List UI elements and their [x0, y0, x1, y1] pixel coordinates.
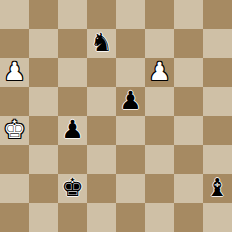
square-h2[interactable]: ♝ — [203, 174, 232, 203]
square-f3[interactable] — [145, 145, 174, 174]
square-e3[interactable] — [116, 145, 145, 174]
square-b8[interactable] — [29, 0, 58, 29]
square-f5[interactable] — [145, 87, 174, 116]
square-f7[interactable] — [145, 29, 174, 58]
square-h6[interactable] — [203, 58, 232, 87]
square-f8[interactable] — [145, 0, 174, 29]
square-g2[interactable] — [174, 174, 203, 203]
square-b1[interactable] — [29, 203, 58, 232]
black-bishop[interactable]: ♝ — [206, 173, 228, 202]
square-d8[interactable] — [87, 0, 116, 29]
square-a5[interactable] — [0, 87, 29, 116]
square-f4[interactable] — [145, 116, 174, 145]
square-e4[interactable] — [116, 116, 145, 145]
square-f1[interactable] — [145, 203, 174, 232]
square-g8[interactable] — [174, 0, 203, 29]
square-h8[interactable] — [203, 0, 232, 29]
square-a1[interactable] — [0, 203, 29, 232]
square-c1[interactable] — [58, 203, 87, 232]
square-b4[interactable] — [29, 116, 58, 145]
square-h3[interactable] — [203, 145, 232, 174]
square-h4[interactable] — [203, 116, 232, 145]
square-a8[interactable] — [0, 0, 29, 29]
square-d5[interactable] — [87, 87, 116, 116]
black-pawn[interactable]: ♟ — [61, 115, 83, 144]
square-a6[interactable]: ♟ — [0, 58, 29, 87]
square-c5[interactable] — [58, 87, 87, 116]
chess-board-wrapper: ♞♟♟♟♚♟♚♝ — [0, 0, 232, 232]
square-a7[interactable] — [0, 29, 29, 58]
square-f6[interactable]: ♟ — [145, 58, 174, 87]
square-b7[interactable] — [29, 29, 58, 58]
square-e5[interactable]: ♟ — [116, 87, 145, 116]
square-h1[interactable] — [203, 203, 232, 232]
square-b6[interactable] — [29, 58, 58, 87]
square-d6[interactable] — [87, 58, 116, 87]
square-h5[interactable] — [203, 87, 232, 116]
square-h7[interactable] — [203, 29, 232, 58]
square-g1[interactable] — [174, 203, 203, 232]
black-pawn[interactable]: ♟ — [119, 86, 141, 115]
square-d4[interactable] — [87, 116, 116, 145]
square-f2[interactable] — [145, 174, 174, 203]
square-a2[interactable] — [0, 174, 29, 203]
square-b5[interactable] — [29, 87, 58, 116]
square-d2[interactable] — [87, 174, 116, 203]
square-e7[interactable] — [116, 29, 145, 58]
square-c4[interactable]: ♟ — [58, 116, 87, 145]
black-king[interactable]: ♚ — [61, 173, 83, 202]
square-c8[interactable] — [58, 0, 87, 29]
square-e6[interactable] — [116, 58, 145, 87]
square-g7[interactable] — [174, 29, 203, 58]
square-g3[interactable] — [174, 145, 203, 174]
white-pawn[interactable]: ♟ — [3, 57, 25, 86]
square-a3[interactable] — [0, 145, 29, 174]
black-knight[interactable]: ♞ — [90, 28, 112, 57]
square-b2[interactable] — [29, 174, 58, 203]
square-c6[interactable] — [58, 58, 87, 87]
square-g4[interactable] — [174, 116, 203, 145]
square-c7[interactable] — [58, 29, 87, 58]
white-pawn[interactable]: ♟ — [148, 57, 170, 86]
square-g6[interactable] — [174, 58, 203, 87]
square-g5[interactable] — [174, 87, 203, 116]
square-d7[interactable]: ♞ — [87, 29, 116, 58]
square-a4[interactable]: ♚ — [0, 116, 29, 145]
square-d1[interactable] — [87, 203, 116, 232]
square-c3[interactable] — [58, 145, 87, 174]
square-b3[interactable] — [29, 145, 58, 174]
square-e8[interactable] — [116, 0, 145, 29]
square-e1[interactable] — [116, 203, 145, 232]
white-king[interactable]: ♚ — [3, 115, 25, 144]
chess-board: ♞♟♟♟♚♟♚♝ — [0, 0, 232, 232]
square-e2[interactable] — [116, 174, 145, 203]
square-c2[interactable]: ♚ — [58, 174, 87, 203]
square-d3[interactable] — [87, 145, 116, 174]
